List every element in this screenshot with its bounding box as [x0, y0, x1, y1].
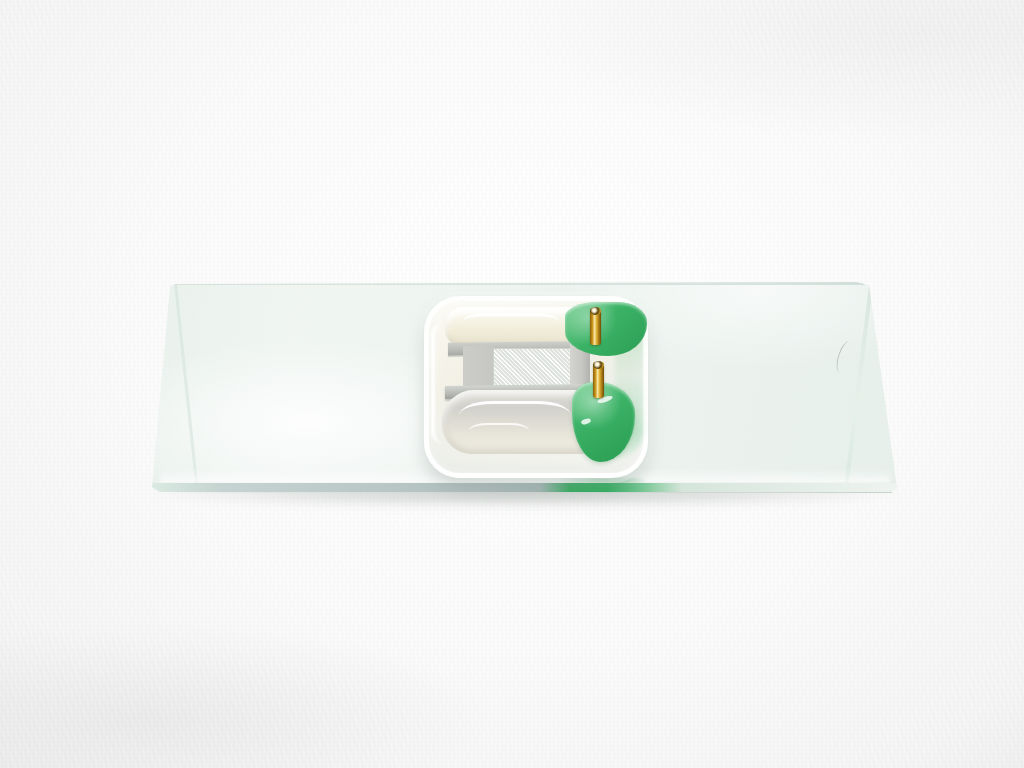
photo-canvas — [0, 0, 1024, 768]
microfluidic-chip — [424, 296, 648, 478]
observation-window — [493, 348, 573, 386]
gold-pin-upper — [590, 308, 601, 345]
slide-bottom-edge — [151, 483, 899, 492]
slide-right-edge — [844, 285, 873, 490]
chip-rim-sheen — [431, 323, 455, 443]
gold-pin-tip — [590, 307, 601, 315]
left-connector-bar — [463, 346, 493, 390]
slide-top-edge — [175, 282, 865, 285]
gold-pin-tip — [593, 361, 604, 369]
dust-fiber — [833, 339, 858, 376]
upper-channel-sheen — [463, 313, 559, 330]
gold-pin-lower — [593, 362, 604, 398]
lower-channel-sheen-2 — [469, 423, 529, 439]
slide-left-edge — [174, 284, 199, 489]
